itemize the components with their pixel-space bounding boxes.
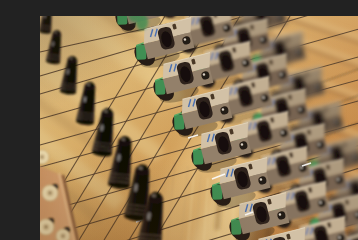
scene-canvas — [40, 16, 358, 240]
instrument-photo — [40, 16, 358, 240]
